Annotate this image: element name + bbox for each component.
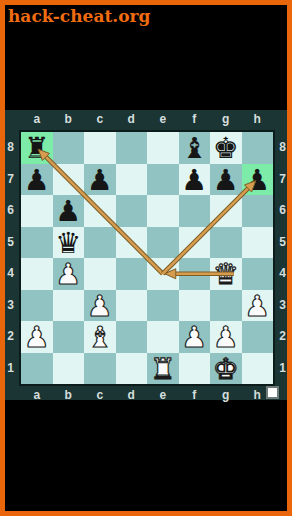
rank-label-4: 4: [275, 258, 290, 290]
square-e5[interactable]: [147, 227, 179, 259]
piece-black-rook-a8[interactable]: ♜: [21, 132, 53, 164]
square-d1[interactable]: [116, 353, 148, 385]
square-a6[interactable]: [21, 195, 53, 227]
rank-label-6: 6: [3, 195, 18, 227]
rank-label-2: 2: [3, 321, 18, 353]
square-a5[interactable]: [21, 227, 53, 259]
piece-white-pawn-f2[interactable]: ♟: [179, 321, 211, 353]
file-label-b: b: [53, 110, 85, 129]
file-label-a: a: [21, 386, 53, 405]
piece-black-pawn-c7[interactable]: ♟: [84, 164, 116, 196]
square-g6[interactable]: [210, 195, 242, 227]
file-label-a: a: [21, 110, 53, 129]
square-b3[interactable]: [53, 290, 85, 322]
square-a8[interactable]: ♜: [21, 132, 53, 164]
square-h7[interactable]: ♟: [242, 164, 274, 196]
rank-label-8: 8: [3, 132, 18, 164]
square-e1[interactable]: ♜: [147, 353, 179, 385]
file-label-f: f: [179, 110, 211, 129]
square-b6[interactable]: ♟: [53, 195, 85, 227]
square-g7[interactable]: ♟: [210, 164, 242, 196]
square-d5[interactable]: [116, 227, 148, 259]
square-b8[interactable]: [53, 132, 85, 164]
square-c2[interactable]: ♝: [84, 321, 116, 353]
rank-label-3: 3: [3, 290, 18, 322]
square-g8[interactable]: ♚: [210, 132, 242, 164]
piece-white-queen-g4[interactable]: ♛: [210, 258, 242, 290]
white-to-move-indicator: [266, 386, 279, 399]
square-f1[interactable]: [179, 353, 211, 385]
file-label-c: c: [84, 386, 116, 405]
square-b2[interactable]: [53, 321, 85, 353]
square-d2[interactable]: [116, 321, 148, 353]
file-label-g: g: [210, 386, 242, 405]
watermark-site-label: hack-cheat.org: [8, 6, 150, 26]
piece-black-pawn-f7[interactable]: ♟: [179, 164, 211, 196]
square-d4[interactable]: [116, 258, 148, 290]
square-f4[interactable]: [179, 258, 211, 290]
file-label-b: b: [53, 386, 85, 405]
square-f2[interactable]: ♟: [179, 321, 211, 353]
rank-label-5: 5: [275, 227, 290, 259]
piece-black-pawn-a7[interactable]: ♟: [21, 164, 53, 196]
square-h8[interactable]: [242, 132, 274, 164]
square-h4[interactable]: [242, 258, 274, 290]
square-c7[interactable]: ♟: [84, 164, 116, 196]
square-e6[interactable]: [147, 195, 179, 227]
piece-white-rook-e1[interactable]: ♜: [147, 353, 179, 385]
square-d7[interactable]: [116, 164, 148, 196]
piece-white-pawn-b4[interactable]: ♟: [53, 258, 85, 290]
square-h5[interactable]: [242, 227, 274, 259]
piece-black-pawn-b6[interactable]: ♟: [53, 195, 85, 227]
piece-white-pawn-a2[interactable]: ♟: [21, 321, 53, 353]
square-h6[interactable]: [242, 195, 274, 227]
rank-label-5: 5: [3, 227, 18, 259]
rank-label-2: 2: [275, 321, 290, 353]
square-g4[interactable]: ♛: [210, 258, 242, 290]
square-h2[interactable]: [242, 321, 274, 353]
rank-label-1: 1: [275, 353, 290, 385]
square-c4[interactable]: [84, 258, 116, 290]
rank-label-7: 7: [3, 164, 18, 196]
file-labels-top: abcdefgh: [21, 110, 273, 129]
file-label-e: e: [147, 110, 179, 129]
piece-black-pawn-h7[interactable]: ♟: [242, 164, 274, 196]
square-a7[interactable]: ♟: [21, 164, 53, 196]
rank-label-4: 4: [3, 258, 18, 290]
file-label-c: c: [84, 110, 116, 129]
rank-labels-left: 87654321: [3, 132, 18, 384]
square-h3[interactable]: ♟: [242, 290, 274, 322]
piece-white-bishop-c2[interactable]: ♝: [84, 321, 116, 353]
piece-black-king-g8[interactable]: ♚: [210, 132, 242, 164]
rank-label-7: 7: [275, 164, 290, 196]
square-c6[interactable]: [84, 195, 116, 227]
screenshot-root: hack-cheat.org abcdefgh 87654321 ♜♝♚♟♟♟♟…: [0, 0, 292, 516]
rank-label-6: 6: [275, 195, 290, 227]
file-label-d: d: [116, 386, 148, 405]
rank-label-1: 1: [3, 353, 18, 385]
piece-white-pawn-h3[interactable]: ♟: [242, 290, 274, 322]
file-label-g: g: [210, 110, 242, 129]
square-e3[interactable]: [147, 290, 179, 322]
square-b5[interactable]: ♛: [53, 227, 85, 259]
rank-labels-right: 87654321: [275, 132, 290, 384]
square-c1[interactable]: [84, 353, 116, 385]
square-a2[interactable]: ♟: [21, 321, 53, 353]
square-e2[interactable]: [147, 321, 179, 353]
square-g2[interactable]: ♟: [210, 321, 242, 353]
file-label-d: d: [116, 110, 148, 129]
rank-label-8: 8: [275, 132, 290, 164]
piece-white-pawn-g2[interactable]: ♟: [210, 321, 242, 353]
file-label-e: e: [147, 386, 179, 405]
square-d8[interactable]: [116, 132, 148, 164]
square-h1[interactable]: [242, 353, 274, 385]
file-labels-bottom: abcdefgh: [21, 386, 273, 405]
square-d3[interactable]: [116, 290, 148, 322]
square-e7[interactable]: [147, 164, 179, 196]
square-a4[interactable]: [21, 258, 53, 290]
piece-black-queen-b5[interactable]: ♛: [53, 227, 85, 259]
file-label-h: h: [242, 110, 274, 129]
square-a1[interactable]: [21, 353, 53, 385]
square-e4[interactable]: [147, 258, 179, 290]
square-g5[interactable]: [210, 227, 242, 259]
square-b4[interactable]: ♟: [53, 258, 85, 290]
rank-label-3: 3: [275, 290, 290, 322]
piece-white-king-g1[interactable]: ♚: [210, 353, 242, 385]
square-b7[interactable]: [53, 164, 85, 196]
square-c5[interactable]: [84, 227, 116, 259]
square-f6[interactable]: [179, 195, 211, 227]
square-a3[interactable]: [21, 290, 53, 322]
square-d6[interactable]: [116, 195, 148, 227]
square-f8[interactable]: ♝: [179, 132, 211, 164]
square-b1[interactable]: [53, 353, 85, 385]
square-g1[interactable]: ♚: [210, 353, 242, 385]
square-e8[interactable]: [147, 132, 179, 164]
square-c8[interactable]: [84, 132, 116, 164]
square-g3[interactable]: [210, 290, 242, 322]
piece-black-bishop-f8[interactable]: ♝: [179, 132, 211, 164]
piece-black-pawn-g7[interactable]: ♟: [210, 164, 242, 196]
chess-board[interactable]: ♜♝♚♟♟♟♟♟♟♛♟♛♟♟♟♝♟♟♜♚: [19, 130, 275, 386]
piece-white-pawn-c3[interactable]: ♟: [84, 290, 116, 322]
square-f7[interactable]: ♟: [179, 164, 211, 196]
square-f3[interactable]: [179, 290, 211, 322]
square-c3[interactable]: ♟: [84, 290, 116, 322]
file-label-f: f: [179, 386, 211, 405]
square-f5[interactable]: [179, 227, 211, 259]
